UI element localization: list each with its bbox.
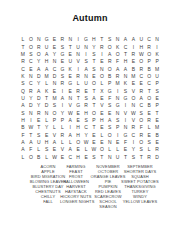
grid-cell: S	[90, 65, 98, 72]
grid-cell: O	[145, 95, 153, 102]
grid-cell: C	[129, 132, 137, 139]
grid-cell: N	[114, 95, 122, 102]
grid-cell: C	[137, 102, 145, 109]
grid-cell: W	[129, 110, 137, 117]
grid-cell: B	[129, 65, 137, 72]
grid-cell: A	[35, 65, 43, 72]
grid-cell: O	[106, 43, 114, 50]
grid-cell: N	[66, 95, 74, 102]
grid-cell: L	[98, 80, 106, 87]
grid-cell: K	[43, 87, 51, 94]
grid-cell: L	[19, 36, 27, 43]
grid-cell: Y	[43, 124, 51, 131]
grid-cell: H	[82, 110, 90, 117]
grid-cell: K	[122, 80, 130, 87]
grid-cell: A	[43, 51, 51, 58]
grid-cell: U	[153, 73, 161, 80]
grid-cell: G	[122, 95, 130, 102]
grid-cell: R	[145, 154, 153, 161]
grid-cell: H	[137, 43, 145, 50]
grid-cell: C	[66, 154, 74, 161]
grid-cell: O	[145, 51, 153, 58]
grid-cell: T	[43, 95, 51, 102]
grid-cell: G	[58, 51, 66, 58]
grid-cell: V	[122, 110, 130, 117]
grid-cell: I	[129, 43, 137, 50]
word-list: ACORNAPPLEBIRD MIGRATIONBLOWING LEAVESBL…	[0, 164, 180, 224]
grid-cell: I	[74, 65, 82, 72]
grid-cell: V	[74, 58, 82, 65]
grid-cell: P	[51, 117, 59, 124]
grid-cell: O	[74, 139, 82, 146]
grid-cell: S	[153, 87, 161, 94]
grid-cell: P	[153, 58, 161, 65]
grid-cell: E	[98, 58, 106, 65]
grid-cell: N	[27, 110, 35, 117]
grid-cell: A	[122, 36, 130, 43]
grid-cell: S	[19, 110, 27, 117]
word-list-item: LONGER NIGHTS	[60, 199, 92, 204]
grid-cell: E	[153, 95, 161, 102]
grid-cell: G	[122, 132, 130, 139]
grid-cell: Y	[27, 95, 35, 102]
grid-cell: T	[98, 154, 106, 161]
grid-cell: E	[98, 95, 106, 102]
grid-cell: O	[98, 146, 106, 153]
grid-cell: N	[153, 36, 161, 43]
grid-cell: N	[98, 65, 106, 72]
grid-cell: E	[66, 73, 74, 80]
grid-cell: V	[129, 87, 137, 94]
grid-cell: E	[137, 80, 145, 87]
puzzle-title: Autumn	[0, 13, 180, 23]
grid-cell: F	[114, 58, 122, 65]
grid-cell: S	[129, 154, 137, 161]
grid-cell: E	[66, 51, 74, 58]
grid-cell: R	[153, 146, 161, 153]
grid-cell: A	[43, 65, 51, 72]
grid-cell: F	[122, 139, 130, 146]
grid-cell: S	[27, 51, 35, 58]
grid-cell: L	[19, 154, 27, 161]
grid-cell: R	[58, 80, 66, 87]
grid-cell: W	[27, 124, 35, 131]
grid-cell: E	[153, 117, 161, 124]
grid-cell: W	[66, 110, 74, 117]
grid-cell: A	[114, 65, 122, 72]
grid-cell: S	[82, 95, 90, 102]
grid-cell: E	[129, 80, 137, 87]
grid-cell: O	[35, 51, 43, 58]
grid-cell: S	[82, 58, 90, 65]
grid-cell: E	[98, 110, 106, 117]
grid-cell: N	[82, 43, 90, 50]
grid-cell: G	[106, 87, 114, 94]
grid-cell: S	[106, 36, 114, 43]
grid-cell: T	[27, 132, 35, 139]
grid-cell: O	[106, 65, 114, 72]
grid-cell: A	[19, 102, 27, 109]
grid-cell: P	[145, 58, 153, 65]
grid-cell: C	[51, 65, 59, 72]
grid-cell: N	[66, 36, 74, 43]
grid-cell: N	[51, 80, 59, 87]
grid-cell: O	[27, 154, 35, 161]
letter-grid: LONGERNIGHTSNAAUCNTORUESTUNYROKCIHRIMSOA…	[19, 36, 161, 161]
grid-cell: N	[122, 124, 130, 131]
grid-cell: I	[58, 102, 66, 109]
grid-cell: I	[58, 87, 66, 94]
grid-cell: Y	[129, 146, 137, 153]
grid-cell: S	[137, 110, 145, 117]
grid-cell: R	[82, 102, 90, 109]
grid-cell: A	[58, 95, 66, 102]
grid-cell: U	[137, 36, 145, 43]
grid-cell: L	[58, 139, 66, 146]
grid-cell: R	[19, 58, 27, 65]
grid-cell: H	[19, 117, 27, 124]
grid-cell: E	[153, 139, 161, 146]
grid-cell: H	[74, 154, 82, 161]
grid-cell: N	[106, 139, 114, 146]
grid-cell: T	[122, 154, 130, 161]
grid-cell: E	[35, 117, 43, 124]
grid-cell: A	[122, 65, 130, 72]
grid-cell: G	[114, 102, 122, 109]
grid-cell: R	[129, 124, 137, 131]
word-list-column-2: FARMINGFEASTFROSTHALLOWEENHARVESTHAYSTAC…	[60, 164, 92, 204]
grid-cell: E	[51, 146, 59, 153]
grid-cell: O	[137, 58, 145, 65]
grid-cell: O	[106, 132, 114, 139]
grid-cell: I	[122, 102, 130, 109]
grid-cell: L	[114, 146, 122, 153]
grid-cell: E	[90, 73, 98, 80]
grid-cell: W	[90, 146, 98, 153]
grid-cell: L	[145, 146, 153, 153]
grid-cell: G	[82, 36, 90, 43]
grid-cell: A	[82, 65, 90, 72]
grid-cell: N	[51, 58, 59, 65]
grid-cell: I	[122, 117, 130, 124]
grid-cell: D	[27, 102, 35, 109]
grid-cell: R	[106, 58, 114, 65]
grid-cell: R	[145, 43, 153, 50]
grid-cell: S	[82, 117, 90, 124]
grid-cell: A	[27, 139, 35, 146]
grid-cell: B	[19, 124, 27, 131]
grid-cell: S	[122, 87, 130, 94]
grid-cell: I	[66, 124, 74, 131]
grid-cell: L	[43, 80, 51, 87]
grid-cell: E	[74, 117, 82, 124]
grid-cell: H	[98, 117, 106, 124]
grid-cell: D	[51, 73, 59, 80]
grid-cell: C	[82, 124, 90, 131]
grid-cell: L	[82, 146, 90, 153]
grid-cell: T	[145, 87, 153, 94]
grid-cell: E	[58, 154, 66, 161]
grid-cell: T	[74, 95, 82, 102]
grid-cell: C	[145, 80, 153, 87]
grid-cell: U	[43, 43, 51, 50]
grid-cell: T	[98, 36, 106, 43]
grid-cell: M	[43, 73, 51, 80]
grid-cell: T	[137, 154, 145, 161]
grid-cell: G	[43, 36, 51, 43]
grid-cell: D	[43, 102, 51, 109]
grid-cell: H	[122, 58, 130, 65]
grid-cell: M	[129, 73, 137, 80]
grid-cell: R	[58, 36, 66, 43]
grid-cell: R	[137, 132, 145, 139]
grid-cell: Y	[90, 43, 98, 50]
grid-cell: E	[114, 139, 122, 146]
grid-cell: O	[129, 95, 137, 102]
grid-cell: O	[137, 117, 145, 124]
grid-cell: R	[58, 132, 66, 139]
grid-cell: O	[145, 73, 153, 80]
grid-cell: S	[90, 154, 98, 161]
grid-cell: B	[106, 73, 114, 80]
grid-cell: H	[74, 132, 82, 139]
grid-cell: R	[35, 43, 43, 50]
grid-cell: E	[106, 110, 114, 117]
grid-cell: K	[114, 43, 122, 50]
grid-cell: N	[43, 110, 51, 117]
grid-cell: O	[114, 51, 122, 58]
grid-cell: N	[129, 102, 137, 109]
grid-cell: S	[90, 51, 98, 58]
grid-cell: W	[137, 51, 145, 58]
grid-cell: R	[35, 110, 43, 117]
grid-cell: S	[145, 139, 153, 146]
grid-cell: A	[66, 146, 74, 153]
grid-cell: A	[106, 51, 114, 58]
grid-cell: D	[153, 154, 161, 161]
grid-cell: T	[153, 110, 161, 117]
grid-cell: A	[51, 139, 59, 146]
grid-cell: V	[58, 146, 66, 153]
grid-cell: U	[19, 95, 27, 102]
grid-cell: O	[51, 110, 59, 117]
grid-cell: P	[153, 102, 161, 109]
grid-cell: D	[35, 95, 43, 102]
grid-cell: B	[35, 154, 43, 161]
grid-cell: L	[145, 124, 153, 131]
grid-cell: W	[51, 154, 59, 161]
grid-cell: T	[90, 102, 98, 109]
grid-cell: T	[90, 58, 98, 65]
grid-cell: S	[35, 132, 43, 139]
grid-cell: F	[137, 124, 145, 131]
grid-cell: Y	[35, 58, 43, 65]
grid-cell: I	[114, 132, 122, 139]
grid-cell: R	[137, 87, 145, 94]
grid-cell: Y	[58, 110, 66, 117]
grid-cell: O	[137, 139, 145, 146]
grid-cell: I	[129, 139, 137, 146]
grid-cell: N	[82, 73, 90, 80]
grid-cell: L	[43, 154, 51, 161]
grid-cell: M	[114, 80, 122, 87]
grid-cell: E	[74, 146, 82, 153]
grid-cell: E	[82, 154, 90, 161]
grid-cell: T	[35, 124, 43, 131]
grid-cell: V	[129, 117, 137, 124]
grid-cell: S	[137, 146, 145, 153]
grid-cell: O	[27, 43, 35, 50]
grid-cell: R	[98, 43, 106, 50]
grid-cell: O	[90, 110, 98, 117]
grid-cell: U	[74, 43, 82, 50]
grid-cell: X	[98, 87, 106, 94]
grid-cell: C	[27, 80, 35, 87]
grid-cell: A	[66, 117, 74, 124]
grid-cell: R	[74, 73, 82, 80]
grid-cell: V	[66, 102, 74, 109]
grid-cell: L	[35, 146, 43, 153]
grid-cell: T	[66, 43, 74, 50]
grid-cell: A	[19, 146, 27, 153]
grid-cell: L	[51, 124, 59, 131]
grid-cell: E	[145, 132, 153, 139]
grid-cell: A	[35, 87, 43, 94]
grid-cell: I	[74, 36, 82, 43]
grid-cell: E	[122, 146, 130, 153]
grid-cell: P	[114, 124, 122, 131]
grid-cell: R	[27, 87, 35, 94]
grid-cell: N	[74, 51, 82, 58]
grid-cell: O	[98, 73, 106, 80]
grid-cell: R	[137, 65, 145, 72]
grid-cell: C	[137, 73, 145, 80]
grid-cell: G	[74, 102, 82, 109]
grid-cell: M	[153, 124, 161, 131]
word-list-column-4: SEPTEMBERSHORTER DAYSSQUASHSWEET POTATOE…	[120, 164, 160, 204]
grid-cell: N	[114, 36, 122, 43]
word-list-item: YELLOW LEAVES	[120, 199, 160, 204]
grid-cell: R	[74, 87, 82, 94]
grid-cell: R	[114, 73, 122, 80]
grid-cell: Q	[19, 87, 27, 94]
grid-cell: P	[153, 80, 161, 87]
grid-cell: C	[27, 58, 35, 65]
grid-cell: B	[145, 102, 153, 109]
grid-cell: T	[19, 43, 27, 50]
grid-cell: E	[129, 58, 137, 65]
grid-cell: P	[90, 117, 98, 124]
grid-cell: A	[66, 132, 74, 139]
grid-cell: Y	[51, 51, 59, 58]
grid-cell: I	[114, 87, 122, 94]
grid-cell: N	[122, 73, 130, 80]
grid-cell: N	[27, 73, 35, 80]
grid-cell: Y	[35, 102, 43, 109]
grid-cell: G	[66, 80, 74, 87]
grid-cell: N	[106, 154, 114, 161]
grid-cell: L	[43, 117, 51, 124]
grid-cell: E	[98, 124, 106, 131]
grid-cell: A	[19, 139, 27, 146]
grid-cell: C	[145, 36, 153, 43]
grid-cell: R	[129, 51, 137, 58]
grid-cell: R	[145, 117, 153, 124]
grid-cell: E	[27, 65, 35, 72]
grid-cell: A	[129, 36, 137, 43]
grid-cell: V	[98, 102, 106, 109]
grid-cell: G	[58, 65, 66, 72]
grid-cell: S	[106, 124, 114, 131]
grid-cell: T	[90, 124, 98, 131]
grid-cell: B	[145, 65, 153, 72]
grid-cell: E	[82, 87, 90, 94]
grid-cell: L	[74, 80, 82, 87]
grid-cell: C	[122, 43, 130, 50]
grid-cell: Y	[35, 80, 43, 87]
grid-cell: A	[90, 95, 98, 102]
grid-cell: P	[106, 80, 114, 87]
grid-cell: H	[43, 139, 51, 146]
grid-cell: T	[122, 51, 130, 58]
grid-cell: S	[114, 117, 122, 124]
grid-cell: I	[153, 43, 161, 50]
grid-cell: E	[43, 132, 51, 139]
grid-cell: M	[51, 95, 59, 102]
grid-cell: E	[51, 87, 59, 94]
grid-cell: U	[35, 139, 43, 146]
grid-cell: E	[51, 43, 59, 50]
grid-cell: O	[27, 36, 35, 43]
grid-cell: N	[114, 110, 122, 117]
grid-cell: A	[106, 117, 114, 124]
grid-cell: F	[27, 146, 35, 153]
grid-cell: L	[66, 139, 74, 146]
grid-cell: S	[58, 43, 66, 50]
grid-cell: C	[19, 65, 27, 72]
grid-cell: L	[98, 132, 106, 139]
grid-cell: M	[153, 65, 161, 72]
grid-cell: O	[90, 80, 98, 87]
grid-cell: E	[66, 87, 74, 94]
grid-cell: F	[19, 132, 27, 139]
grid-cell: P	[58, 117, 66, 124]
grid-cell: I	[27, 117, 35, 124]
grid-cell: K	[66, 65, 74, 72]
grid-cell: N	[35, 36, 43, 43]
grid-cell: E	[90, 139, 98, 146]
grid-cell: K	[153, 51, 161, 58]
grid-cell: I	[82, 51, 90, 58]
grid-cell: E	[90, 132, 98, 139]
grid-cell: H	[90, 36, 98, 43]
grid-cell: D	[35, 73, 43, 80]
grid-cell: S	[58, 73, 66, 80]
grid-cell: E	[74, 110, 82, 117]
grid-cell: E	[51, 36, 59, 43]
grid-cell: H	[43, 58, 51, 65]
grid-cell: U	[66, 58, 74, 65]
grid-cell: E	[145, 110, 153, 117]
grid-cell: W	[82, 139, 90, 146]
grid-cell: K	[19, 73, 27, 80]
grid-cell: Y	[82, 132, 90, 139]
grid-cell: S	[19, 80, 27, 87]
grid-cell: V	[51, 132, 59, 139]
word-list-item: SEASON	[90, 204, 126, 209]
grid-cell: T	[90, 87, 98, 94]
grid-cell: S	[43, 146, 51, 153]
